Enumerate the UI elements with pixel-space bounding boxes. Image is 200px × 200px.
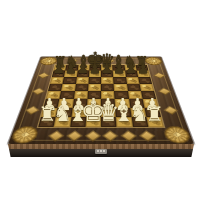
diamond-motif-icon bbox=[48, 130, 64, 141]
square[interactable] bbox=[88, 77, 101, 84]
corner-rosette-icon bbox=[10, 126, 40, 143]
square[interactable] bbox=[139, 84, 154, 91]
diamond-motif-icon bbox=[120, 130, 136, 141]
diamond-motif-icon bbox=[66, 130, 82, 141]
diamond-motif-icon bbox=[85, 130, 101, 141]
diamond-motif-icon bbox=[163, 106, 177, 115]
chess-piece-black-p[interactable]: ♟ bbox=[89, 62, 101, 76]
product-photo-scene: ♜♞♝♚♛♝♞♜♟♟♟♟♟♟♟♟♟♟♟♟♟♟♟♟♜♞♝♚♛♝♞♜ bbox=[0, 0, 200, 200]
square[interactable] bbox=[75, 77, 88, 84]
square[interactable] bbox=[88, 84, 101, 91]
chess-piece-black-p[interactable]: ♟ bbox=[137, 62, 149, 76]
square[interactable] bbox=[63, 77, 77, 84]
diamond-motif-icon bbox=[102, 130, 118, 141]
square[interactable] bbox=[75, 84, 89, 91]
chess-piece-black-p[interactable]: ♟ bbox=[125, 62, 137, 76]
square[interactable] bbox=[114, 84, 128, 91]
corner-rosette-icon bbox=[162, 126, 192, 143]
chess-piece-black-p[interactable]: ♟ bbox=[53, 62, 65, 76]
square[interactable] bbox=[101, 77, 114, 84]
square[interactable] bbox=[61, 84, 75, 91]
chess-piece-black-p[interactable]: ♟ bbox=[65, 62, 77, 76]
clasp-icon bbox=[95, 149, 107, 154]
square[interactable] bbox=[138, 77, 152, 84]
chess-piece-black-p[interactable]: ♟ bbox=[113, 62, 125, 76]
diamond-motif-icon bbox=[37, 72, 49, 78]
chess-piece-black-p[interactable]: ♟ bbox=[101, 62, 113, 76]
chess-piece-black-p[interactable]: ♟ bbox=[77, 62, 89, 76]
square[interactable] bbox=[113, 77, 126, 84]
diamond-motif-icon bbox=[32, 87, 45, 94]
diamond-motif-icon bbox=[158, 87, 171, 94]
diamond-motif-icon bbox=[153, 72, 165, 78]
square[interactable] bbox=[101, 84, 114, 91]
diamond-motif-icon bbox=[25, 106, 39, 115]
chess-piece-white-r[interactable]: ♜ bbox=[146, 104, 164, 124]
diamond-motif-icon bbox=[139, 130, 155, 141]
